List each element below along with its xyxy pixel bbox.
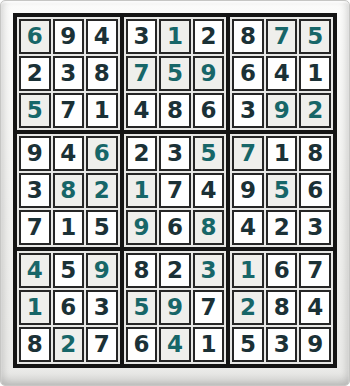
box-4: 946382715 — [17, 134, 120, 247]
cell-r4c1[interactable]: 9 — [19, 136, 51, 171]
cell-r4c4[interactable]: 2 — [126, 136, 158, 171]
cell-r9c5[interactable]: 4 — [159, 327, 191, 362]
cell-r6c3[interactable]: 5 — [86, 210, 118, 245]
cell-r6c7[interactable]: 4 — [232, 210, 264, 245]
cell-r3c5[interactable]: 8 — [159, 93, 191, 128]
cell-r1c6[interactable]: 2 — [193, 19, 225, 54]
cell-r8c2[interactable]: 6 — [53, 290, 85, 325]
cell-r3c6[interactable]: 6 — [193, 93, 225, 128]
cell-r3c1[interactable]: 5 — [19, 93, 51, 128]
cell-r2c1[interactable]: 2 — [19, 56, 51, 91]
cell-r7c9[interactable]: 7 — [299, 253, 331, 288]
cell-r8c7[interactable]: 2 — [232, 290, 264, 325]
cell-r7c4[interactable]: 8 — [126, 253, 158, 288]
cell-r7c5[interactable]: 2 — [159, 253, 191, 288]
cell-r5c1[interactable]: 3 — [19, 173, 51, 208]
cell-r5c4[interactable]: 1 — [126, 173, 158, 208]
sudoku-board: 6942385713127594868756413929463827152351… — [13, 13, 337, 368]
box-7: 459163827 — [17, 251, 120, 364]
cell-r1c2[interactable]: 9 — [53, 19, 85, 54]
cell-r6c8[interactable]: 2 — [266, 210, 298, 245]
cell-r8c8[interactable]: 8 — [266, 290, 298, 325]
cell-r7c6[interactable]: 3 — [193, 253, 225, 288]
cell-r9c2[interactable]: 2 — [53, 327, 85, 362]
box-8: 823597641 — [124, 251, 227, 364]
cell-r1c1[interactable]: 6 — [19, 19, 51, 54]
cell-r9c1[interactable]: 8 — [19, 327, 51, 362]
cell-r6c4[interactable]: 9 — [126, 210, 158, 245]
box-5: 235174968 — [124, 134, 227, 247]
cell-r3c8[interactable]: 9 — [266, 93, 298, 128]
cell-r6c6[interactable]: 8 — [193, 210, 225, 245]
cell-r9c4[interactable]: 6 — [126, 327, 158, 362]
cell-r5c7[interactable]: 9 — [232, 173, 264, 208]
cell-r7c2[interactable]: 5 — [53, 253, 85, 288]
cell-r4c5[interactable]: 3 — [159, 136, 191, 171]
cell-r3c9[interactable]: 2 — [299, 93, 331, 128]
cell-r4c6[interactable]: 5 — [193, 136, 225, 171]
cell-r3c3[interactable]: 1 — [86, 93, 118, 128]
cell-r1c8[interactable]: 7 — [266, 19, 298, 54]
cell-r5c3[interactable]: 2 — [86, 173, 118, 208]
cell-r1c7[interactable]: 8 — [232, 19, 264, 54]
cell-r5c5[interactable]: 7 — [159, 173, 191, 208]
cell-r5c6[interactable]: 4 — [193, 173, 225, 208]
cell-r7c3[interactable]: 9 — [86, 253, 118, 288]
cell-r4c8[interactable]: 1 — [266, 136, 298, 171]
cell-r6c9[interactable]: 3 — [299, 210, 331, 245]
cell-r3c7[interactable]: 3 — [232, 93, 264, 128]
cell-r2c8[interactable]: 4 — [266, 56, 298, 91]
cell-r2c3[interactable]: 8 — [86, 56, 118, 91]
box-1: 694238571 — [17, 17, 120, 130]
cell-r9c3[interactable]: 7 — [86, 327, 118, 362]
cell-r1c9[interactable]: 5 — [299, 19, 331, 54]
cell-r7c1[interactable]: 4 — [19, 253, 51, 288]
cell-r2c9[interactable]: 1 — [299, 56, 331, 91]
cell-r6c5[interactable]: 6 — [159, 210, 191, 245]
cell-r9c6[interactable]: 1 — [193, 327, 225, 362]
cell-r8c1[interactable]: 1 — [19, 290, 51, 325]
sudoku-panel: 6942385713127594868756413929463827152351… — [0, 0, 350, 386]
cell-r8c4[interactable]: 5 — [126, 290, 158, 325]
cell-r2c4[interactable]: 7 — [126, 56, 158, 91]
cell-r6c1[interactable]: 7 — [19, 210, 51, 245]
cell-r7c7[interactable]: 1 — [232, 253, 264, 288]
cell-r5c8[interactable]: 5 — [266, 173, 298, 208]
cell-r2c2[interactable]: 3 — [53, 56, 85, 91]
cell-r8c9[interactable]: 4 — [299, 290, 331, 325]
cell-r4c3[interactable]: 6 — [86, 136, 118, 171]
cell-r2c6[interactable]: 9 — [193, 56, 225, 91]
cell-r9c8[interactable]: 3 — [266, 327, 298, 362]
box-6: 718956423 — [230, 134, 333, 247]
cell-r3c2[interactable]: 7 — [53, 93, 85, 128]
cell-r4c2[interactable]: 4 — [53, 136, 85, 171]
cell-r1c3[interactable]: 4 — [86, 19, 118, 54]
box-3: 875641392 — [230, 17, 333, 130]
cell-r2c5[interactable]: 5 — [159, 56, 191, 91]
cell-r5c2[interactable]: 8 — [53, 173, 85, 208]
cell-r1c4[interactable]: 3 — [126, 19, 158, 54]
cell-r6c2[interactable]: 1 — [53, 210, 85, 245]
cell-r8c3[interactable]: 3 — [86, 290, 118, 325]
box-2: 312759486 — [124, 17, 227, 130]
cell-r7c8[interactable]: 6 — [266, 253, 298, 288]
cell-r9c9[interactable]: 9 — [299, 327, 331, 362]
cell-r3c4[interactable]: 4 — [126, 93, 158, 128]
cell-r5c9[interactable]: 6 — [299, 173, 331, 208]
cell-r2c7[interactable]: 6 — [232, 56, 264, 91]
box-9: 167284539 — [230, 251, 333, 364]
cell-r1c5[interactable]: 1 — [159, 19, 191, 54]
cell-r8c6[interactable]: 7 — [193, 290, 225, 325]
cell-r4c7[interactable]: 7 — [232, 136, 264, 171]
cell-r8c5[interactable]: 9 — [159, 290, 191, 325]
cell-r4c9[interactable]: 8 — [299, 136, 331, 171]
cell-r9c7[interactable]: 5 — [232, 327, 264, 362]
